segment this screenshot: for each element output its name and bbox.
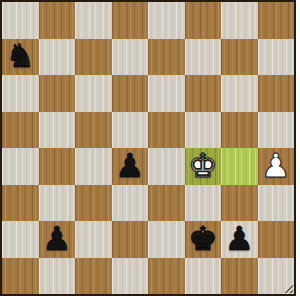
white-king[interactable]: ♚ — [188, 149, 218, 182]
square-f7[interactable] — [185, 39, 222, 76]
square-a4[interactable] — [2, 148, 39, 185]
square-f3[interactable] — [185, 185, 222, 222]
chess-board-frame: ♞♟♚♟♟♚♟ — [0, 0, 296, 296]
square-h6[interactable] — [258, 75, 295, 112]
square-g5[interactable] — [221, 112, 258, 149]
square-h4[interactable]: ♟ — [258, 148, 295, 185]
square-d4[interactable]: ♟ — [112, 148, 149, 185]
square-f6[interactable] — [185, 75, 222, 112]
black-pawn[interactable]: ♟ — [224, 222, 254, 255]
square-e6[interactable] — [148, 75, 185, 112]
black-knight[interactable]: ♞ — [5, 39, 35, 72]
square-h2[interactable] — [258, 221, 295, 258]
square-g7[interactable] — [221, 39, 258, 76]
square-a7[interactable]: ♞ — [2, 39, 39, 76]
square-c5[interactable] — [75, 112, 112, 149]
square-b2[interactable]: ♟ — [39, 221, 76, 258]
square-e5[interactable] — [148, 112, 185, 149]
square-a8[interactable] — [2, 2, 39, 39]
black-king[interactable]: ♚ — [188, 222, 218, 255]
square-g2[interactable]: ♟ — [221, 221, 258, 258]
square-f4[interactable]: ♚ — [185, 148, 222, 185]
square-b8[interactable] — [39, 2, 76, 39]
square-d2[interactable] — [112, 221, 149, 258]
square-d3[interactable] — [112, 185, 149, 222]
square-a6[interactable] — [2, 75, 39, 112]
square-f1[interactable] — [185, 258, 222, 295]
square-f5[interactable] — [185, 112, 222, 149]
square-g1[interactable] — [221, 258, 258, 295]
black-pawn[interactable]: ♟ — [115, 149, 145, 182]
white-pawn[interactable]: ♟ — [261, 149, 291, 182]
square-h8[interactable] — [258, 2, 295, 39]
square-b3[interactable] — [39, 185, 76, 222]
square-b7[interactable] — [39, 39, 76, 76]
square-c1[interactable] — [75, 258, 112, 295]
square-a5[interactable] — [2, 112, 39, 149]
square-a3[interactable] — [2, 185, 39, 222]
square-h5[interactable] — [258, 112, 295, 149]
chess-board: ♞♟♚♟♟♚♟ — [2, 2, 294, 294]
square-d8[interactable] — [112, 2, 149, 39]
square-d6[interactable] — [112, 75, 149, 112]
square-d5[interactable] — [112, 112, 149, 149]
square-g6[interactable] — [221, 75, 258, 112]
square-d7[interactable] — [112, 39, 149, 76]
square-d1[interactable] — [112, 258, 149, 295]
square-c7[interactable] — [75, 39, 112, 76]
square-b1[interactable] — [39, 258, 76, 295]
square-g3[interactable] — [221, 185, 258, 222]
square-g8[interactable] — [221, 2, 258, 39]
square-e2[interactable] — [148, 221, 185, 258]
square-e8[interactable] — [148, 2, 185, 39]
square-b6[interactable] — [39, 75, 76, 112]
square-e7[interactable] — [148, 39, 185, 76]
square-c2[interactable] — [75, 221, 112, 258]
square-c8[interactable] — [75, 2, 112, 39]
square-e4[interactable] — [148, 148, 185, 185]
square-a2[interactable] — [2, 221, 39, 258]
square-c4[interactable] — [75, 148, 112, 185]
square-b5[interactable] — [39, 112, 76, 149]
square-c6[interactable] — [75, 75, 112, 112]
square-e1[interactable] — [148, 258, 185, 295]
square-c3[interactable] — [75, 185, 112, 222]
black-pawn[interactable]: ♟ — [42, 222, 72, 255]
square-e3[interactable] — [148, 185, 185, 222]
square-b4[interactable] — [39, 148, 76, 185]
square-f2[interactable]: ♚ — [185, 221, 222, 258]
square-h7[interactable] — [258, 39, 295, 76]
square-g4[interactable] — [221, 148, 258, 185]
square-f8[interactable] — [185, 2, 222, 39]
square-h3[interactable] — [258, 185, 295, 222]
square-a1[interactable] — [2, 258, 39, 295]
